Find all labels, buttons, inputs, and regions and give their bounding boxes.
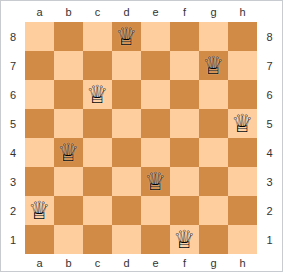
square-a2: ♕	[25, 196, 54, 225]
square-c7	[83, 51, 112, 80]
corner-bottom-right	[257, 254, 282, 271]
square-b1	[54, 225, 83, 254]
rank-label-left-6: 6	[1, 80, 25, 109]
white-queen-piece: ♕	[57, 138, 79, 167]
rank-label-left-2: 2	[1, 196, 25, 225]
square-c3	[83, 167, 112, 196]
rank-label-right-3: 3	[257, 167, 282, 196]
rank-label-left-5: 5	[1, 109, 25, 138]
square-c6: ♕	[83, 80, 112, 109]
square-h8	[228, 22, 257, 51]
white-queen-piece: ♕	[115, 22, 137, 51]
rank-label-left-3: 3	[1, 167, 25, 196]
file-label-top-d: d	[112, 1, 141, 22]
square-e1	[141, 225, 170, 254]
square-a8	[25, 22, 54, 51]
square-h5: ♕	[228, 109, 257, 138]
square-e2	[141, 196, 170, 225]
file-label-bottom-f: f	[170, 254, 199, 271]
file-label-bottom-c: c	[83, 254, 112, 271]
rank-label-right-4: 4	[257, 138, 282, 167]
rank-label-left-8: 8	[1, 22, 25, 51]
white-queen-piece: ♕	[86, 80, 108, 109]
rank-label-right-5: 5	[257, 109, 282, 138]
rank-label-right-1: 1	[257, 225, 282, 254]
square-d5	[112, 109, 141, 138]
white-queen-piece: ♕	[28, 196, 50, 225]
square-d7	[112, 51, 141, 80]
square-b3	[54, 167, 83, 196]
square-c4	[83, 138, 112, 167]
square-e7	[141, 51, 170, 80]
square-d6	[112, 80, 141, 109]
square-h7	[228, 51, 257, 80]
square-c2	[83, 196, 112, 225]
square-a3	[25, 167, 54, 196]
square-f6	[170, 80, 199, 109]
file-label-top-e: e	[141, 1, 170, 22]
square-a1	[25, 225, 54, 254]
corner-top-right	[257, 1, 282, 22]
square-c5	[83, 109, 112, 138]
rank-label-right-7: 7	[257, 51, 282, 80]
file-label-bottom-b: b	[54, 254, 83, 271]
square-g3	[199, 167, 228, 196]
file-label-top-b: b	[54, 1, 83, 22]
square-f8	[170, 22, 199, 51]
square-h3	[228, 167, 257, 196]
square-a6	[25, 80, 54, 109]
file-label-bottom-a: a	[25, 254, 54, 271]
square-d8: ♕	[112, 22, 141, 51]
white-queen-piece: ♕	[144, 167, 166, 196]
square-h2	[228, 196, 257, 225]
square-b6	[54, 80, 83, 109]
square-f2	[170, 196, 199, 225]
square-a5	[25, 109, 54, 138]
corner-top-left	[1, 1, 25, 22]
square-g7: ♕	[199, 51, 228, 80]
square-e3: ♕	[141, 167, 170, 196]
chess-board: abcdefgh8♕87♕76♕65♕54♕43♕32♕21♕1abcdefgh	[1, 1, 282, 271]
white-queen-piece: ♕	[231, 109, 253, 138]
white-queen-piece: ♕	[173, 225, 195, 254]
chess-diagram: abcdefgh8♕87♕76♕65♕54♕43♕32♕21♕1abcdefgh	[0, 0, 283, 272]
square-h4	[228, 138, 257, 167]
square-a7	[25, 51, 54, 80]
square-f3	[170, 167, 199, 196]
square-f1: ♕	[170, 225, 199, 254]
rank-label-right-2: 2	[257, 196, 282, 225]
file-label-top-g: g	[199, 1, 228, 22]
file-label-top-c: c	[83, 1, 112, 22]
rank-label-left-7: 7	[1, 51, 25, 80]
rank-label-right-6: 6	[257, 80, 282, 109]
square-b2	[54, 196, 83, 225]
square-f7	[170, 51, 199, 80]
rank-label-right-8: 8	[257, 22, 282, 51]
square-e5	[141, 109, 170, 138]
square-f4	[170, 138, 199, 167]
rank-label-left-4: 4	[1, 138, 25, 167]
square-c8	[83, 22, 112, 51]
square-b8	[54, 22, 83, 51]
square-d4	[112, 138, 141, 167]
square-b7	[54, 51, 83, 80]
square-e8	[141, 22, 170, 51]
file-label-bottom-h: h	[228, 254, 257, 271]
square-g2	[199, 196, 228, 225]
file-label-top-f: f	[170, 1, 199, 22]
square-b4: ♕	[54, 138, 83, 167]
white-queen-piece: ♕	[202, 51, 224, 80]
file-label-bottom-g: g	[199, 254, 228, 271]
square-g4	[199, 138, 228, 167]
square-g6	[199, 80, 228, 109]
square-d1	[112, 225, 141, 254]
square-f5	[170, 109, 199, 138]
square-e6	[141, 80, 170, 109]
file-label-top-a: a	[25, 1, 54, 22]
square-c1	[83, 225, 112, 254]
file-label-top-h: h	[228, 1, 257, 22]
square-d2	[112, 196, 141, 225]
square-h6	[228, 80, 257, 109]
square-a4	[25, 138, 54, 167]
square-e4	[141, 138, 170, 167]
square-g5	[199, 109, 228, 138]
file-label-bottom-d: d	[112, 254, 141, 271]
square-b5	[54, 109, 83, 138]
corner-bottom-left	[1, 254, 25, 271]
square-h1	[228, 225, 257, 254]
rank-label-left-1: 1	[1, 225, 25, 254]
file-label-bottom-e: e	[141, 254, 170, 271]
square-g1	[199, 225, 228, 254]
square-d3	[112, 167, 141, 196]
square-g8	[199, 22, 228, 51]
